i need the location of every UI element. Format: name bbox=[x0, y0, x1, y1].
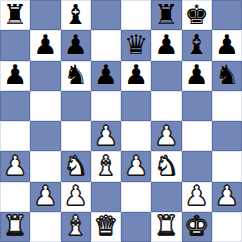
square-e2[interactable] bbox=[121, 182, 151, 212]
square-c1[interactable]: ♝ bbox=[61, 212, 91, 242]
square-f6[interactable] bbox=[151, 61, 181, 91]
square-f2[interactable] bbox=[151, 182, 181, 212]
piece-white-pawn[interactable]: ♟ bbox=[94, 122, 118, 149]
square-g3[interactable] bbox=[182, 151, 212, 181]
piece-black-king[interactable]: ♚ bbox=[185, 1, 209, 28]
square-d6[interactable]: ♟ bbox=[91, 61, 121, 91]
square-c2[interactable]: ♟ bbox=[61, 182, 91, 212]
square-f3[interactable]: ♞ bbox=[151, 151, 181, 181]
piece-black-bishop[interactable]: ♝ bbox=[185, 31, 209, 58]
piece-white-bishop[interactable]: ♝ bbox=[94, 152, 118, 179]
square-g5[interactable] bbox=[182, 91, 212, 121]
square-e3[interactable]: ♟ bbox=[121, 151, 151, 181]
piece-white-rook[interactable]: ♜ bbox=[3, 212, 27, 239]
square-h8[interactable] bbox=[212, 0, 242, 30]
piece-black-knight[interactable]: ♞ bbox=[215, 61, 239, 88]
piece-black-pawn[interactable]: ♟ bbox=[154, 31, 178, 58]
piece-white-pawn[interactable]: ♟ bbox=[33, 182, 57, 209]
square-a4[interactable] bbox=[0, 121, 30, 151]
square-b4[interactable] bbox=[30, 121, 60, 151]
square-e1[interactable] bbox=[121, 212, 151, 242]
piece-black-pawn[interactable]: ♟ bbox=[94, 61, 118, 88]
square-c4[interactable] bbox=[61, 121, 91, 151]
square-c3[interactable]: ♞ bbox=[61, 151, 91, 181]
square-d1[interactable]: ♛ bbox=[91, 212, 121, 242]
square-c5[interactable] bbox=[61, 91, 91, 121]
square-h7[interactable]: ♟ bbox=[212, 30, 242, 60]
square-h5[interactable] bbox=[212, 91, 242, 121]
square-f1[interactable]: ♜ bbox=[151, 212, 181, 242]
piece-black-queen[interactable]: ♛ bbox=[124, 31, 148, 58]
square-f4[interactable]: ♟ bbox=[151, 121, 181, 151]
piece-black-knight[interactable]: ♞ bbox=[64, 61, 88, 88]
square-c6[interactable]: ♞ bbox=[61, 61, 91, 91]
square-g4[interactable] bbox=[182, 121, 212, 151]
square-a2[interactable] bbox=[0, 182, 30, 212]
piece-black-pawn[interactable]: ♟ bbox=[3, 61, 27, 88]
square-c8[interactable]: ♝ bbox=[61, 0, 91, 30]
piece-black-bishop[interactable]: ♝ bbox=[64, 1, 88, 28]
square-g2[interactable]: ♟ bbox=[182, 182, 212, 212]
piece-black-pawn[interactable]: ♟ bbox=[185, 61, 209, 88]
square-b7[interactable]: ♟ bbox=[30, 30, 60, 60]
piece-black-rook[interactable]: ♜ bbox=[3, 1, 27, 28]
square-e5[interactable] bbox=[121, 91, 151, 121]
square-a1[interactable]: ♜ bbox=[0, 212, 30, 242]
square-b5[interactable] bbox=[30, 91, 60, 121]
square-a3[interactable]: ♟ bbox=[0, 151, 30, 181]
square-b1[interactable] bbox=[30, 212, 60, 242]
square-d4[interactable]: ♟ bbox=[91, 121, 121, 151]
piece-white-bishop[interactable]: ♝ bbox=[64, 212, 88, 239]
square-c7[interactable]: ♟ bbox=[61, 30, 91, 60]
square-e6[interactable]: ♟ bbox=[121, 61, 151, 91]
square-g8[interactable]: ♚ bbox=[182, 0, 212, 30]
piece-white-knight[interactable]: ♞ bbox=[64, 152, 88, 179]
piece-black-pawn[interactable]: ♟ bbox=[33, 31, 57, 58]
square-f7[interactable]: ♟ bbox=[151, 30, 181, 60]
piece-white-pawn[interactable]: ♟ bbox=[124, 152, 148, 179]
square-h4[interactable] bbox=[212, 121, 242, 151]
square-b2[interactable]: ♟ bbox=[30, 182, 60, 212]
square-f5[interactable] bbox=[151, 91, 181, 121]
square-b6[interactable] bbox=[30, 61, 60, 91]
square-h2[interactable]: ♟ bbox=[212, 182, 242, 212]
square-h6[interactable]: ♞ bbox=[212, 61, 242, 91]
square-d7[interactable] bbox=[91, 30, 121, 60]
square-d2[interactable] bbox=[91, 182, 121, 212]
square-h3[interactable] bbox=[212, 151, 242, 181]
piece-white-pawn[interactable]: ♟ bbox=[64, 182, 88, 209]
square-d8[interactable] bbox=[91, 0, 121, 30]
piece-white-knight[interactable]: ♞ bbox=[154, 152, 178, 179]
square-h1[interactable] bbox=[212, 212, 242, 242]
square-a5[interactable] bbox=[0, 91, 30, 121]
piece-black-pawn[interactable]: ♟ bbox=[124, 61, 148, 88]
piece-black-rook[interactable]: ♜ bbox=[154, 1, 178, 28]
piece-white-queen[interactable]: ♛ bbox=[94, 212, 118, 239]
piece-white-pawn[interactable]: ♟ bbox=[154, 122, 178, 149]
chess-board: ♜♝♜♚♟♟♛♟♝♟♟♞♟♟♟♞♟♟♟♞♝♟♞♟♟♟♟♜♝♛♜♚ bbox=[0, 0, 242, 242]
piece-black-pawn[interactable]: ♟ bbox=[215, 31, 239, 58]
square-e7[interactable]: ♛ bbox=[121, 30, 151, 60]
square-g7[interactable]: ♝ bbox=[182, 30, 212, 60]
square-a7[interactable] bbox=[0, 30, 30, 60]
square-a8[interactable]: ♜ bbox=[0, 0, 30, 30]
square-f8[interactable]: ♜ bbox=[151, 0, 181, 30]
piece-black-pawn[interactable]: ♟ bbox=[64, 31, 88, 58]
square-d3[interactable]: ♝ bbox=[91, 151, 121, 181]
piece-white-pawn[interactable]: ♟ bbox=[215, 182, 239, 209]
piece-white-pawn[interactable]: ♟ bbox=[3, 152, 27, 179]
square-a6[interactable]: ♟ bbox=[0, 61, 30, 91]
piece-white-king[interactable]: ♚ bbox=[185, 212, 209, 239]
square-b3[interactable] bbox=[30, 151, 60, 181]
square-g1[interactable]: ♚ bbox=[182, 212, 212, 242]
square-b8[interactable] bbox=[30, 0, 60, 30]
square-e8[interactable] bbox=[121, 0, 151, 30]
square-g6[interactable]: ♟ bbox=[182, 61, 212, 91]
piece-white-pawn[interactable]: ♟ bbox=[185, 182, 209, 209]
piece-white-rook[interactable]: ♜ bbox=[154, 212, 178, 239]
square-e4[interactable] bbox=[121, 121, 151, 151]
square-d5[interactable] bbox=[91, 91, 121, 121]
